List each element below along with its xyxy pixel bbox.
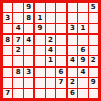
box-0-2: 531 (68, 3, 98, 33)
sudoku-board: 93841953187422416492837674296 (0, 0, 101, 101)
given-digit: 6 (70, 90, 75, 97)
cell-r1c1[interactable] (3, 3, 12, 12)
cell-r1c4[interactable] (35, 3, 44, 12)
given-digit: 7 (5, 90, 10, 97)
cell-r5c3[interactable] (24, 46, 33, 55)
given-digit: 2 (91, 57, 96, 64)
cell-r8c4[interactable] (35, 78, 44, 87)
cell-r5c2: 2 (13, 46, 22, 55)
cell-r3c9[interactable] (89, 24, 98, 33)
box-2-0: 837 (3, 68, 33, 98)
cell-r5c6[interactable] (56, 46, 65, 55)
cell-r1c9: 5 (89, 3, 98, 12)
cell-r4c6[interactable] (56, 35, 65, 44)
cell-r3c3[interactable] (24, 24, 33, 33)
cell-r1c2[interactable] (13, 3, 22, 12)
given-digit: 2 (48, 37, 53, 44)
cell-r4c3: 4 (24, 35, 33, 44)
cell-r2c7[interactable] (68, 13, 77, 22)
cell-r2c1: 3 (3, 13, 12, 22)
cell-r8c8[interactable] (78, 78, 87, 87)
cell-r9c3[interactable] (24, 89, 33, 98)
cell-r3c1[interactable] (3, 24, 12, 33)
box-0-1: 19 (35, 3, 65, 33)
given-digit: 7 (58, 79, 63, 86)
cell-r2c3: 8 (24, 13, 33, 22)
given-digit: 8 (5, 37, 10, 44)
box-1-0: 8742 (3, 35, 33, 65)
cell-r6c8: 9 (78, 56, 87, 65)
given-digit: 3 (70, 25, 75, 32)
cell-r4c1: 8 (3, 35, 12, 44)
cell-r9c2[interactable] (13, 89, 22, 98)
given-digit: 4 (70, 57, 75, 64)
cell-r3c2: 4 (13, 24, 22, 33)
cell-r3c7: 3 (68, 24, 77, 33)
cell-r7c5[interactable] (46, 68, 55, 77)
given-digit: 1 (38, 15, 43, 22)
given-digit: 3 (5, 15, 10, 22)
given-digit: 4 (80, 69, 85, 76)
cell-r3c5[interactable] (46, 24, 55, 33)
cell-r7c9[interactable] (89, 68, 98, 77)
cell-r7c6: 6 (56, 68, 65, 77)
cell-r7c3: 3 (24, 68, 33, 77)
given-digit: 7 (16, 37, 21, 44)
cell-r6c6[interactable] (56, 56, 65, 65)
cell-r8c1[interactable] (3, 78, 12, 87)
cell-r4c8[interactable] (78, 35, 87, 44)
given-digit: 2 (70, 79, 75, 86)
cell-r6c4[interactable] (35, 56, 44, 65)
given-digit: 9 (26, 4, 31, 11)
given-digit: 2 (16, 47, 21, 54)
cell-r4c5: 2 (46, 35, 55, 44)
cell-r3c6[interactable] (56, 24, 65, 33)
box-2-2: 4296 (68, 68, 98, 98)
cell-r2c9[interactable] (89, 13, 98, 22)
cell-r9c6[interactable] (56, 89, 65, 98)
cell-r4c7[interactable] (68, 35, 77, 44)
cell-r5c8: 6 (78, 46, 87, 55)
cell-r3c8: 1 (78, 24, 87, 33)
given-digit: 9 (38, 25, 43, 32)
cell-r9c1: 7 (3, 89, 12, 98)
cell-r5c7[interactable] (68, 46, 77, 55)
cell-r3c4: 9 (35, 24, 44, 33)
cell-r1c5[interactable] (46, 3, 55, 12)
given-digit: 3 (26, 69, 31, 76)
given-digit: 4 (16, 25, 21, 32)
cell-r2c2[interactable] (13, 13, 22, 22)
cell-r9c9[interactable] (89, 89, 98, 98)
cell-r5c4[interactable] (35, 46, 44, 55)
cell-r4c4[interactable] (35, 35, 44, 44)
cell-r1c7[interactable] (68, 3, 77, 12)
given-digit: 9 (80, 57, 85, 64)
cell-r7c7[interactable] (68, 68, 77, 77)
cell-r8c2[interactable] (13, 78, 22, 87)
cell-r1c8[interactable] (78, 3, 87, 12)
given-digit: 6 (80, 47, 85, 54)
cell-r6c9: 2 (89, 56, 98, 65)
cell-r9c5[interactable] (46, 89, 55, 98)
box-1-1: 241 (35, 35, 65, 65)
cell-r1c6[interactable] (56, 3, 65, 12)
given-digit: 4 (26, 37, 31, 44)
cell-r5c1[interactable] (3, 46, 12, 55)
cell-r9c8[interactable] (78, 89, 87, 98)
cell-r1c3: 9 (24, 3, 33, 12)
cell-r2c4: 1 (35, 13, 44, 22)
cell-r8c9: 9 (89, 78, 98, 87)
cell-r6c5: 1 (46, 56, 55, 65)
cell-r7c4[interactable] (35, 68, 44, 77)
cell-r7c1[interactable] (3, 68, 12, 77)
cell-r9c7: 6 (68, 89, 77, 98)
cell-r5c5: 4 (46, 46, 55, 55)
given-digit: 6 (58, 69, 63, 76)
given-digit: 1 (48, 57, 53, 64)
given-digit: 4 (48, 47, 53, 54)
cell-r6c3[interactable] (24, 56, 33, 65)
given-digit: 8 (26, 15, 31, 22)
cell-r8c3[interactable] (24, 78, 33, 87)
cell-r2c8[interactable] (78, 13, 87, 22)
cell-r8c7: 2 (68, 78, 77, 87)
given-digit: 9 (91, 79, 96, 86)
cell-r6c2[interactable] (13, 56, 22, 65)
given-digit: 5 (91, 4, 96, 11)
given-digit: 8 (16, 69, 21, 76)
cell-r2c5[interactable] (46, 13, 55, 22)
cell-r2c6[interactable] (56, 13, 65, 22)
cell-r7c8: 4 (78, 68, 87, 77)
cell-r8c6: 7 (56, 78, 65, 87)
cell-r4c9[interactable] (89, 35, 98, 44)
box-2-1: 67 (35, 68, 65, 98)
cell-r5c9[interactable] (89, 46, 98, 55)
cell-r9c4[interactable] (35, 89, 44, 98)
given-digit: 1 (80, 25, 85, 32)
box-1-2: 6492 (68, 35, 98, 65)
cell-r6c1[interactable] (3, 56, 12, 65)
cell-r4c2: 7 (13, 35, 22, 44)
cell-r6c7: 4 (68, 56, 77, 65)
cell-r7c2: 8 (13, 68, 22, 77)
box-0-0: 9384 (3, 3, 33, 33)
cell-r8c5[interactable] (46, 78, 55, 87)
